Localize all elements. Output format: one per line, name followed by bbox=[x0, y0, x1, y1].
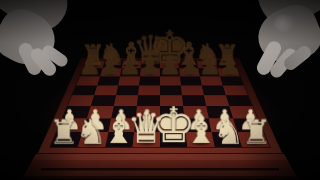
square-d1[interactable]: ♛ bbox=[133, 132, 160, 147]
square-e5[interactable] bbox=[160, 86, 182, 96]
right-glove-knuckle-highlight bbox=[274, 14, 296, 32]
square-a1[interactable]: ♜ bbox=[50, 132, 82, 147]
square-d6[interactable] bbox=[139, 77, 160, 86]
square-f6[interactable] bbox=[180, 77, 202, 86]
right-glove-hand bbox=[222, 0, 320, 92]
scene: ♜♞♝♛♚♝♞♜♟♟♟♟♟♟♟♟♟♟♟♟♟♟♟♟♜♞♝♛♚♝♞♜ bbox=[0, 0, 320, 180]
square-e6[interactable] bbox=[160, 77, 181, 86]
square-c6[interactable] bbox=[118, 77, 140, 86]
square-f7[interactable]: ♟ bbox=[179, 68, 200, 76]
apron-groove-line bbox=[41, 168, 278, 171]
piece-white-rook[interactable]: ♜ bbox=[241, 118, 271, 149]
piece-white-queen[interactable]: ♛ bbox=[127, 109, 166, 149]
board-front-edge bbox=[22, 152, 298, 179]
left-glove-hand bbox=[0, 0, 105, 92]
square-g1[interactable]: ♞ bbox=[212, 132, 243, 147]
square-d5[interactable] bbox=[138, 86, 160, 96]
piece-white-knight[interactable]: ♞ bbox=[75, 116, 107, 149]
piece-white-rook[interactable]: ♜ bbox=[49, 118, 79, 149]
square-f5[interactable] bbox=[181, 86, 204, 96]
square-h1[interactable]: ♜ bbox=[237, 132, 269, 147]
square-b1[interactable]: ♞ bbox=[78, 132, 109, 147]
square-e7[interactable]: ♟ bbox=[160, 68, 180, 76]
square-g7[interactable]: ♟ bbox=[198, 68, 220, 76]
square-d7[interactable]: ♟ bbox=[140, 68, 160, 76]
piece-white-knight[interactable]: ♞ bbox=[213, 116, 245, 149]
square-g6[interactable] bbox=[200, 77, 223, 86]
square-c5[interactable] bbox=[116, 86, 139, 96]
